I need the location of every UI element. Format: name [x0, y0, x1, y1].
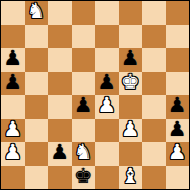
square-c8[interactable]: [48, 1, 72, 25]
square-d2[interactable]: ♞: [72, 142, 96, 166]
square-h5[interactable]: [166, 72, 190, 96]
square-b5[interactable]: [25, 72, 49, 96]
square-c6[interactable]: [48, 48, 72, 72]
piece-white-knight[interactable]: ♞: [74, 142, 93, 163]
piece-white-king[interactable]: ♚: [121, 72, 140, 93]
square-d6[interactable]: [72, 48, 96, 72]
square-g6[interactable]: [142, 48, 166, 72]
square-h2[interactable]: ♟: [166, 142, 190, 166]
piece-white-pawn[interactable]: ♟: [97, 95, 116, 116]
chess-board: ♞♟♟♟♟♚♟♟♟♟♟♟♟♟♞♟♚♝: [0, 0, 190, 190]
square-b3[interactable]: [25, 119, 49, 143]
square-e6[interactable]: [95, 48, 119, 72]
square-f6[interactable]: ♟: [119, 48, 143, 72]
square-g1[interactable]: [142, 166, 166, 190]
piece-black-pawn[interactable]: ♟: [3, 72, 22, 93]
square-a1[interactable]: [1, 166, 25, 190]
square-e8[interactable]: [95, 1, 119, 25]
square-e2[interactable]: [95, 142, 119, 166]
piece-black-pawn[interactable]: ♟: [50, 142, 69, 163]
square-e7[interactable]: [95, 25, 119, 49]
piece-black-king[interactable]: ♚: [74, 166, 93, 187]
square-h4[interactable]: ♟: [166, 95, 190, 119]
square-a2[interactable]: ♟: [1, 142, 25, 166]
square-f1[interactable]: ♝: [119, 166, 143, 190]
piece-black-pawn[interactable]: ♟: [168, 95, 187, 116]
square-f8[interactable]: [119, 1, 143, 25]
square-a4[interactable]: [1, 95, 25, 119]
square-c5[interactable]: [48, 72, 72, 96]
square-b2[interactable]: [25, 142, 49, 166]
square-c7[interactable]: [48, 25, 72, 49]
square-h1[interactable]: [166, 166, 190, 190]
square-g5[interactable]: [142, 72, 166, 96]
square-e5[interactable]: ♟: [95, 72, 119, 96]
piece-white-pawn[interactable]: ♟: [3, 119, 22, 140]
square-a6[interactable]: ♟: [1, 48, 25, 72]
square-d4[interactable]: ♟: [72, 95, 96, 119]
square-f3[interactable]: ♟: [119, 119, 143, 143]
square-g2[interactable]: [142, 142, 166, 166]
square-e3[interactable]: [95, 119, 119, 143]
square-h6[interactable]: [166, 48, 190, 72]
square-a5[interactable]: ♟: [1, 72, 25, 96]
square-d1[interactable]: ♚: [72, 166, 96, 190]
square-e4[interactable]: ♟: [95, 95, 119, 119]
piece-white-pawn[interactable]: ♟: [3, 142, 22, 163]
square-g3[interactable]: [142, 119, 166, 143]
piece-white-knight[interactable]: ♞: [27, 1, 46, 22]
square-g8[interactable]: [142, 1, 166, 25]
square-d8[interactable]: [72, 1, 96, 25]
piece-white-pawn[interactable]: ♟: [168, 142, 187, 163]
square-g4[interactable]: [142, 95, 166, 119]
square-c2[interactable]: ♟: [48, 142, 72, 166]
square-f7[interactable]: [119, 25, 143, 49]
square-d7[interactable]: [72, 25, 96, 49]
piece-black-pawn[interactable]: ♟: [3, 48, 22, 69]
square-h8[interactable]: [166, 1, 190, 25]
square-d3[interactable]: [72, 119, 96, 143]
square-g7[interactable]: [142, 25, 166, 49]
square-c1[interactable]: [48, 166, 72, 190]
piece-white-pawn[interactable]: ♟: [121, 119, 140, 140]
square-d5[interactable]: [72, 72, 96, 96]
square-a7[interactable]: [1, 25, 25, 49]
square-h3[interactable]: ♟: [166, 119, 190, 143]
square-f4[interactable]: [119, 95, 143, 119]
piece-white-bishop[interactable]: ♝: [121, 166, 140, 187]
square-b6[interactable]: [25, 48, 49, 72]
square-f2[interactable]: [119, 142, 143, 166]
square-c3[interactable]: [48, 119, 72, 143]
square-f5[interactable]: ♚: [119, 72, 143, 96]
square-b8[interactable]: ♞: [25, 1, 49, 25]
piece-black-pawn[interactable]: ♟: [74, 95, 93, 116]
piece-black-pawn[interactable]: ♟: [121, 48, 140, 69]
square-c4[interactable]: [48, 95, 72, 119]
square-a3[interactable]: ♟: [1, 119, 25, 143]
piece-black-pawn[interactable]: ♟: [168, 119, 187, 140]
piece-black-pawn[interactable]: ♟: [97, 72, 116, 93]
square-b4[interactable]: [25, 95, 49, 119]
square-e1[interactable]: [95, 166, 119, 190]
square-a8[interactable]: [1, 1, 25, 25]
square-b1[interactable]: [25, 166, 49, 190]
square-b7[interactable]: [25, 25, 49, 49]
square-h7[interactable]: [166, 25, 190, 49]
